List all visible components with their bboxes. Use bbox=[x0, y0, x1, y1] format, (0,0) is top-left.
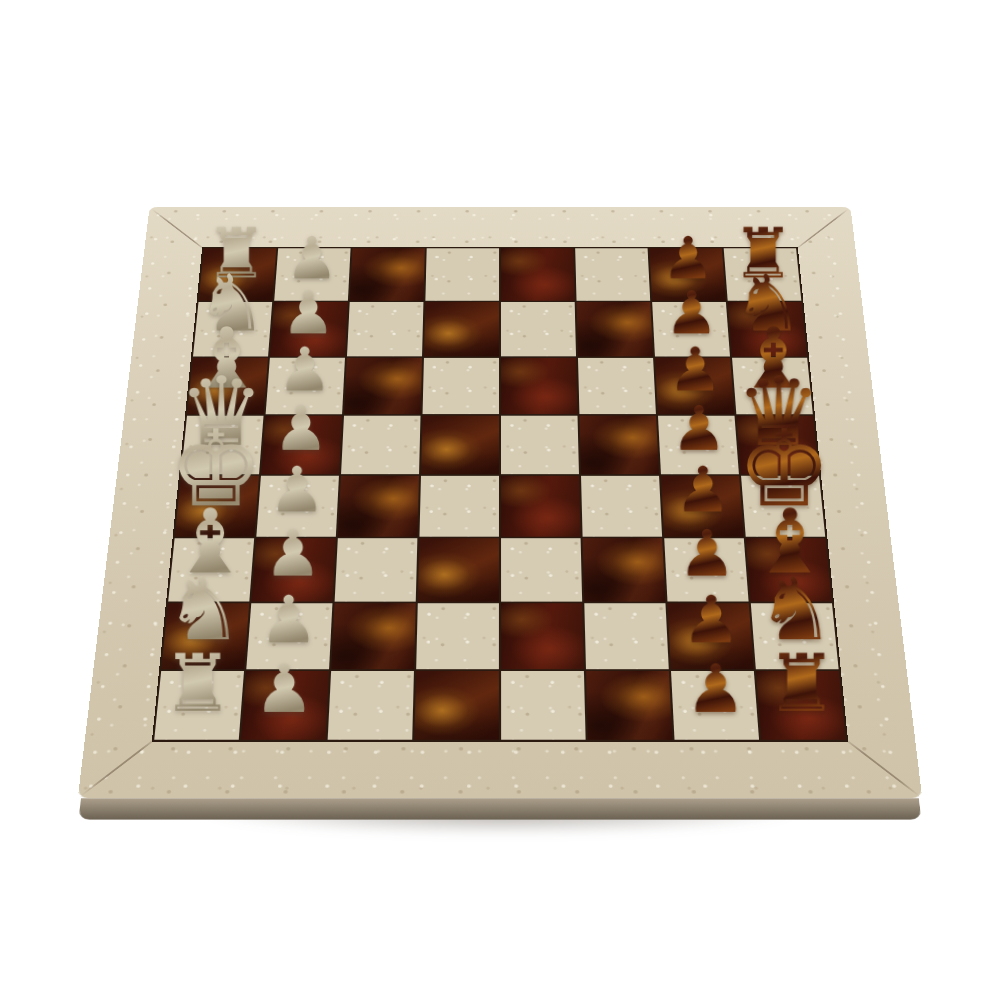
square-e4[interactable] bbox=[419, 476, 499, 537]
square-b6[interactable] bbox=[577, 302, 653, 356]
square-h1[interactable]: ♜ bbox=[154, 671, 244, 740]
square-b3[interactable] bbox=[347, 302, 423, 356]
piece-black-rook[interactable]: ♜ bbox=[766, 643, 838, 723]
square-h6[interactable] bbox=[586, 671, 672, 740]
perspective-scene: ♜♟♟♜♞♟♟♞♝♟♟♝♛♟♟♛♚♟♟♚♝♟♟♝♞♟♟♞♜♟♟♜ bbox=[0, 0, 1000, 1000]
frame-corner-seam bbox=[81, 735, 160, 795]
product-photo-stage: ♜♟♟♜♞♟♟♞♝♟♟♝♛♟♟♛♚♟♟♚♝♟♟♝♞♟♟♞♜♟♟♜ bbox=[0, 0, 1000, 1000]
square-a5[interactable] bbox=[501, 248, 575, 300]
piece-white-pawn[interactable]: ♟ bbox=[269, 459, 325, 522]
square-a4[interactable] bbox=[425, 248, 499, 300]
square-a3[interactable] bbox=[350, 248, 425, 300]
square-h2[interactable]: ♟ bbox=[241, 671, 329, 740]
square-c3[interactable] bbox=[344, 358, 422, 414]
piece-white-pawn[interactable]: ♟ bbox=[264, 522, 322, 586]
square-c6[interactable] bbox=[578, 358, 656, 414]
piece-white-pawn[interactable]: ♟ bbox=[259, 588, 318, 654]
piece-black-pawn[interactable]: ♟ bbox=[675, 459, 731, 522]
frame-corner-seam bbox=[792, 209, 848, 252]
square-d5[interactable] bbox=[501, 416, 579, 475]
frame-corner-seam bbox=[152, 209, 208, 252]
square-h8[interactable]: ♜ bbox=[756, 671, 846, 740]
square-g5[interactable] bbox=[501, 603, 584, 669]
square-f6[interactable] bbox=[583, 538, 666, 601]
square-g4[interactable] bbox=[416, 603, 499, 669]
square-c5[interactable] bbox=[501, 358, 578, 414]
square-e5[interactable] bbox=[501, 476, 581, 537]
piece-white-pawn[interactable]: ♟ bbox=[273, 398, 328, 460]
square-g6[interactable] bbox=[584, 603, 668, 669]
square-e6[interactable] bbox=[581, 476, 662, 537]
square-c4[interactable] bbox=[423, 358, 500, 414]
square-b4[interactable] bbox=[424, 302, 499, 356]
piece-black-pawn[interactable]: ♟ bbox=[686, 656, 746, 723]
piece-white-rook[interactable]: ♜ bbox=[162, 643, 234, 723]
square-h5[interactable] bbox=[501, 671, 586, 740]
square-e3[interactable] bbox=[338, 476, 419, 537]
square-h7[interactable]: ♟ bbox=[671, 671, 759, 740]
square-h4[interactable] bbox=[414, 671, 499, 740]
square-f5[interactable] bbox=[501, 538, 582, 601]
square-f3[interactable] bbox=[335, 538, 418, 601]
square-f4[interactable] bbox=[418, 538, 499, 601]
piece-white-pawn[interactable]: ♟ bbox=[254, 656, 314, 723]
frame-corner-seam bbox=[840, 735, 919, 795]
piece-black-pawn[interactable]: ♟ bbox=[678, 522, 736, 586]
square-b5[interactable] bbox=[501, 302, 576, 356]
square-a6[interactable] bbox=[575, 248, 650, 300]
piece-black-pawn[interactable]: ♟ bbox=[671, 398, 726, 460]
board-grid: ♜♟♟♜♞♟♟♞♝♟♟♝♛♟♟♛♚♟♟♚♝♟♟♝♞♟♟♞♜♟♟♜ bbox=[152, 247, 848, 741]
square-d6[interactable] bbox=[579, 416, 658, 475]
square-h3[interactable] bbox=[328, 671, 414, 740]
square-d4[interactable] bbox=[421, 416, 499, 475]
square-g3[interactable] bbox=[331, 603, 415, 669]
square-d3[interactable] bbox=[341, 416, 420, 475]
piece-black-pawn[interactable]: ♟ bbox=[682, 588, 741, 654]
chess-board: ♜♟♟♜♞♟♟♞♝♟♟♝♛♟♟♛♚♟♟♚♝♟♟♝♞♟♟♞♜♟♟♜ bbox=[78, 207, 923, 799]
